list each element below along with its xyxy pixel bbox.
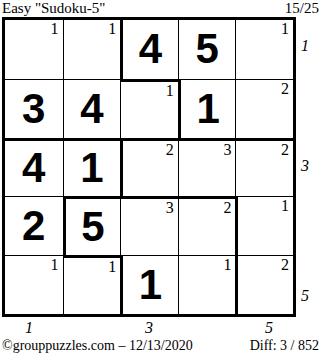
col-label-5: 5 [259, 320, 279, 336]
col-label-3: 3 [139, 320, 159, 336]
cell-r2c2[interactable]: 4 [63, 79, 121, 138]
pencil-mark: 3 [166, 199, 174, 217]
cell-r5c3[interactable]: 1 [120, 255, 178, 314]
row-label-1: 1 [301, 38, 319, 54]
sudoku-board: 1145134112412322532111112 [2, 17, 296, 317]
pencil-mark: 2 [281, 80, 289, 98]
copyright-text: ©grouppuzzles.com – 12/13/2020 [2, 338, 193, 353]
cell-value: 2 [5, 197, 63, 255]
cell-r3c2[interactable]: 1 [63, 138, 121, 197]
cell-r1c4[interactable]: 5 [178, 20, 236, 79]
cell-value: 4 [5, 141, 63, 197]
cell-r5c2[interactable]: 1 [63, 255, 121, 314]
cell-r3c1[interactable]: 4 [5, 138, 63, 197]
cell-r1c1[interactable]: 1 [5, 20, 63, 79]
pencil-mark: 1 [281, 197, 289, 215]
pencil-mark: 2 [281, 141, 289, 159]
puzzle-page: Easy "Sudoku-5" 15/25 114513411241232253… [0, 0, 321, 355]
cell-r2c5[interactable]: 2 [235, 79, 293, 138]
puzzle-progress-counter: 15/25 [285, 0, 319, 16]
pencil-mark: 1 [166, 82, 174, 100]
pencil-mark: 1 [51, 20, 59, 38]
cell-r5c5[interactable]: 2 [235, 255, 293, 314]
pencil-mark: 1 [108, 258, 116, 276]
cell-r4c5[interactable]: 1 [235, 196, 293, 255]
cell-value: 4 [123, 20, 178, 79]
cell-r5c4[interactable]: 1 [178, 255, 236, 314]
cell-value: 4 [64, 80, 121, 138]
pencil-mark: 1 [281, 20, 289, 38]
puzzle-title: Easy "Sudoku-5" [2, 0, 106, 16]
cell-r1c5[interactable]: 1 [235, 20, 293, 79]
cell-r2c4[interactable]: 1 [178, 79, 236, 138]
pencil-mark: 2 [223, 199, 231, 217]
difficulty-text: Diff: 3 / 852 [250, 338, 319, 353]
cell-r2c3[interactable]: 1 [120, 79, 178, 138]
pencil-mark: 2 [281, 256, 289, 274]
cell-r1c3[interactable]: 4 [120, 20, 178, 79]
cell-value: 1 [64, 141, 121, 197]
cell-r3c3[interactable]: 2 [120, 138, 178, 197]
cell-value: 1 [123, 256, 178, 314]
cell-value: 1 [181, 80, 236, 138]
cell-value: 3 [5, 80, 63, 138]
cell-r4c3[interactable]: 3 [120, 196, 178, 255]
cell-r4c1[interactable]: 2 [5, 196, 63, 255]
pencil-mark: 1 [223, 256, 231, 274]
row-label-3: 3 [301, 158, 319, 174]
cell-r4c2[interactable]: 5 [63, 196, 121, 255]
cell-r3c5[interactable]: 2 [235, 138, 293, 197]
cell-r2c1[interactable]: 3 [5, 79, 63, 138]
pencil-mark: 1 [51, 256, 59, 274]
pencil-mark: 1 [108, 20, 116, 38]
row-label-5: 5 [301, 288, 319, 304]
pencil-mark: 3 [223, 141, 231, 159]
col-label-1: 1 [19, 320, 39, 336]
cell-r4c4[interactable]: 2 [178, 196, 236, 255]
cell-value: 5 [66, 199, 121, 255]
pencil-mark: 2 [166, 141, 174, 159]
cell-value: 5 [179, 20, 236, 79]
cell-r5c1[interactable]: 1 [5, 255, 63, 314]
cell-r1c2[interactable]: 1 [63, 20, 121, 79]
cell-r3c4[interactable]: 3 [178, 138, 236, 197]
